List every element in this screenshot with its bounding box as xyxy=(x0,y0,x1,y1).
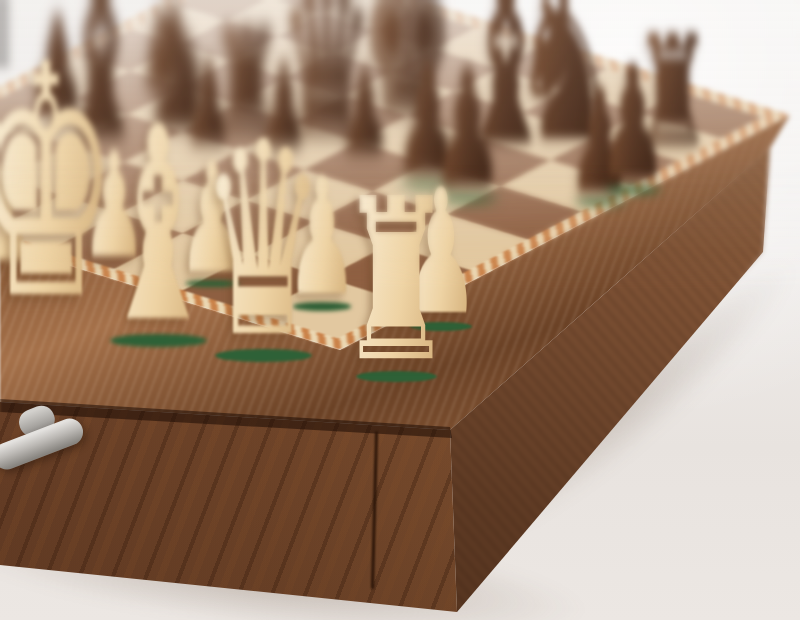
felt-base xyxy=(439,194,497,202)
piece-light-pawn: ♟ xyxy=(286,157,358,318)
chess-set-photo: ♟♚♟♝♟♛♟♜♟♟♝♞♟♜♟♛♟♚♟♟♝♞♟♟♜ xyxy=(0,0,800,620)
piece-dark-rook: ♜ xyxy=(634,16,713,168)
piece-dark-pawn: ♟ xyxy=(568,71,631,212)
felt-base xyxy=(401,180,455,188)
piece-dark-pawn: ♟ xyxy=(598,46,667,201)
piece-light-rook: ♜ xyxy=(338,169,454,393)
felt-base xyxy=(575,198,626,205)
felt-base xyxy=(185,280,240,288)
felt-base xyxy=(293,302,352,310)
felt-base xyxy=(605,186,661,194)
felt-base xyxy=(410,322,473,331)
piece-light-pawn: ♟ xyxy=(402,167,479,340)
piece-light-pawn: ♟ xyxy=(81,132,147,278)
piece-dark-queen: ♛ xyxy=(279,0,376,165)
piece-dark-bishop: ♝ xyxy=(53,0,149,167)
felt-base xyxy=(110,334,207,348)
piece-light-pawn: ♟ xyxy=(178,143,246,295)
felt-base xyxy=(215,349,312,363)
piece-dark-knight: ♞ xyxy=(131,0,224,152)
piece-dark-pawn: ♟ xyxy=(395,45,462,194)
piece-light-pawn: ♟ xyxy=(0,149,33,280)
piece-dark-king: ♚ xyxy=(362,0,455,143)
piece-dark-bishop: ♝ xyxy=(456,0,556,176)
piece-dark-pawn: ♟ xyxy=(339,52,391,168)
pieces-layer: ♟♚♟♝♟♛♟♜♟♟♝♞♟♜♟♛♟♚♟♟♝♞♟♟♜ xyxy=(0,0,800,620)
piece-dark-knight: ♞ xyxy=(510,0,621,169)
felt-base xyxy=(356,371,437,382)
piece-dark-pawn: ♟ xyxy=(29,0,88,131)
piece-light-queen: ♛ xyxy=(201,107,326,375)
piece-dark-pawn: ♟ xyxy=(432,49,504,209)
piece-dark-rook: ♜ xyxy=(210,11,285,155)
piece-dark-pawn: ♟ xyxy=(259,49,310,162)
piece-light-bishop: ♝ xyxy=(98,92,218,360)
piece-light-king: ♚ xyxy=(0,24,118,344)
piece-dark-pawn: ♟ xyxy=(184,47,233,157)
